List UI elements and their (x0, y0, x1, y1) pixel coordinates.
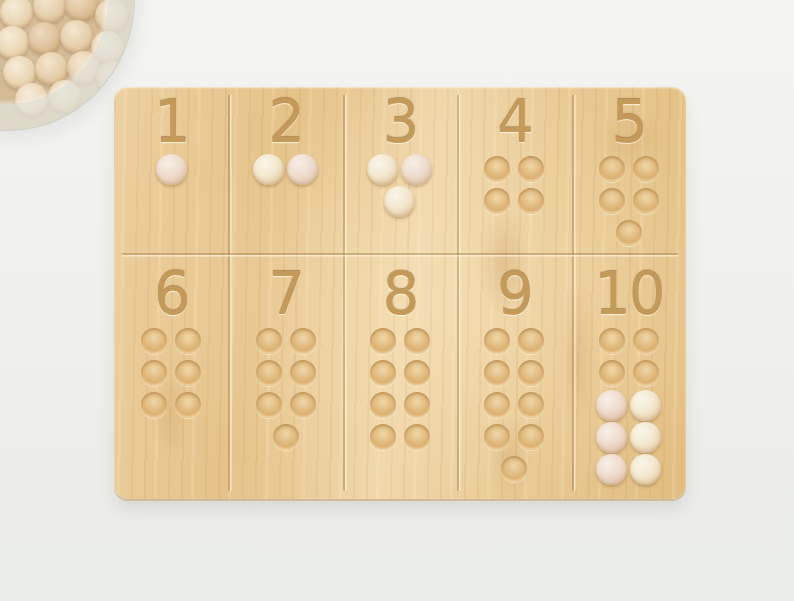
slot (252, 325, 286, 357)
number-label-7: 7 (268, 266, 303, 322)
slot-row (595, 453, 663, 485)
slot (286, 153, 320, 185)
slot (137, 357, 171, 389)
hole[interactable] (484, 188, 510, 214)
slot-row (366, 421, 434, 453)
slot (480, 421, 514, 453)
hole[interactable] (616, 220, 642, 246)
slot-row (366, 325, 434, 357)
number-label-1: 1 (154, 94, 189, 150)
hole[interactable] (518, 328, 544, 354)
divider-groove-vertical (457, 95, 459, 491)
slot (366, 421, 400, 453)
slot-row (480, 153, 548, 185)
hole[interactable] (518, 156, 544, 182)
slot (595, 453, 629, 485)
slot (171, 389, 205, 421)
hole[interactable] (599, 360, 625, 386)
slot (595, 389, 629, 421)
wooden-ball[interactable] (156, 154, 187, 185)
slot (629, 325, 663, 357)
number-label-6: 6 (154, 266, 189, 322)
slot (286, 389, 320, 421)
slot-grid-7 (252, 325, 320, 453)
hole[interactable] (175, 328, 201, 354)
slot-row (252, 153, 320, 185)
cell-grid: 12345678910 (114, 87, 686, 499)
slot-grid-2 (252, 153, 320, 185)
slot (366, 325, 400, 357)
hole[interactable] (370, 328, 396, 354)
slot (629, 453, 663, 485)
slot (480, 325, 514, 357)
divider-groove-vertical (572, 95, 574, 491)
slot (252, 153, 286, 185)
slot-grid-1 (154, 153, 188, 185)
number-label-5: 5 (611, 94, 646, 150)
hole[interactable] (633, 156, 659, 182)
wooden-ball[interactable] (367, 154, 398, 185)
number-label-8: 8 (383, 266, 418, 322)
number-label-2: 2 (268, 94, 303, 150)
hole[interactable] (484, 360, 510, 386)
slot (480, 185, 514, 217)
slot (629, 153, 663, 185)
hole[interactable] (370, 424, 396, 450)
slot (629, 389, 663, 421)
slot-row (269, 421, 303, 453)
slot-row (480, 185, 548, 217)
slot (514, 325, 548, 357)
slot-grid-6 (137, 325, 205, 421)
slot-row (595, 389, 663, 421)
scene: 12345678910 (0, 0, 794, 601)
hole[interactable] (518, 392, 544, 418)
hole[interactable] (599, 328, 625, 354)
slot (595, 421, 629, 453)
hole[interactable] (599, 188, 625, 214)
wooden-ball[interactable] (630, 454, 661, 485)
slot (400, 153, 434, 185)
slot-row (154, 153, 188, 185)
cell-3: 3 (343, 87, 457, 253)
slot (400, 389, 434, 421)
slot (612, 217, 646, 249)
slot (366, 153, 400, 185)
hole[interactable] (256, 360, 282, 386)
slot (514, 421, 548, 453)
hole[interactable] (273, 424, 299, 450)
cell-9: 9 (457, 253, 571, 499)
hole[interactable] (404, 424, 430, 450)
slot-grid-4 (480, 153, 548, 217)
slot (629, 421, 663, 453)
slot (400, 421, 434, 453)
wooden-ball[interactable] (630, 422, 661, 453)
slot (366, 389, 400, 421)
hole[interactable] (633, 328, 659, 354)
slot-row (366, 357, 434, 389)
slot-row (383, 185, 417, 217)
slot-grid-8 (366, 325, 434, 453)
divider-groove-horizontal (122, 253, 678, 255)
hole[interactable] (175, 392, 201, 418)
hole[interactable] (518, 424, 544, 450)
slot-row (252, 357, 320, 389)
slot-grid-10 (595, 325, 663, 485)
slot-row (612, 217, 646, 249)
number-label-3: 3 (383, 94, 418, 150)
number-label-10: 10 (594, 266, 664, 322)
cell-5: 5 (572, 87, 686, 253)
wooden-ball[interactable] (596, 390, 627, 421)
wooden-ball[interactable] (253, 154, 284, 185)
hole[interactable] (518, 360, 544, 386)
cell-4: 4 (457, 87, 571, 253)
hole[interactable] (404, 328, 430, 354)
slot (171, 325, 205, 357)
wooden-ball[interactable] (287, 154, 318, 185)
slot-row (595, 421, 663, 453)
slot-row (595, 357, 663, 389)
slot (137, 325, 171, 357)
slot (400, 357, 434, 389)
wooden-ball[interactable] (401, 154, 432, 185)
hole[interactable] (484, 424, 510, 450)
slot-row (137, 325, 205, 357)
slot-row (366, 153, 434, 185)
slot (286, 325, 320, 357)
cell-7: 7 (228, 253, 342, 499)
slot (595, 357, 629, 389)
wooden-ball[interactable] (630, 390, 661, 421)
slot (595, 185, 629, 217)
hole[interactable] (501, 456, 527, 482)
slot (383, 185, 417, 217)
slot (514, 153, 548, 185)
slot (480, 357, 514, 389)
slot (514, 357, 548, 389)
hole[interactable] (290, 360, 316, 386)
cell-10: 10 (572, 253, 686, 499)
slot-row (595, 325, 663, 357)
cell-8: 8 (343, 253, 457, 499)
counting-board: 12345678910 (114, 87, 686, 499)
slot (154, 153, 188, 185)
hole[interactable] (633, 188, 659, 214)
slot-row (366, 389, 434, 421)
hole[interactable] (141, 360, 167, 386)
number-label-4: 4 (497, 94, 532, 150)
hole[interactable] (290, 392, 316, 418)
slot-row (480, 357, 548, 389)
cell-2: 2 (228, 87, 342, 253)
hole[interactable] (370, 360, 396, 386)
slot (480, 389, 514, 421)
slot-grid-9 (480, 325, 548, 485)
slot-row (480, 325, 548, 357)
hole[interactable] (599, 156, 625, 182)
slot-row (252, 389, 320, 421)
slot (171, 357, 205, 389)
slot-row (497, 453, 531, 485)
slot (629, 357, 663, 389)
slot-grid-3 (366, 153, 434, 217)
slot (269, 421, 303, 453)
slot-row (137, 389, 205, 421)
slot-grid-5 (595, 153, 663, 249)
cell-6: 6 (114, 253, 228, 499)
slot (514, 389, 548, 421)
slot-row (252, 325, 320, 357)
divider-groove-vertical (343, 95, 345, 491)
slot (286, 357, 320, 389)
slot (366, 357, 400, 389)
slot (629, 185, 663, 217)
slot (595, 153, 629, 185)
hole[interactable] (290, 328, 316, 354)
hole[interactable] (404, 360, 430, 386)
slot (595, 325, 629, 357)
hole[interactable] (256, 392, 282, 418)
wooden-ball[interactable] (384, 186, 415, 217)
hole[interactable] (484, 328, 510, 354)
wooden-ball[interactable] (596, 422, 627, 453)
hole[interactable] (370, 392, 396, 418)
slot-row (480, 421, 548, 453)
slot-row (595, 153, 663, 185)
slot-row (137, 357, 205, 389)
hole[interactable] (633, 360, 659, 386)
hole[interactable] (141, 328, 167, 354)
slot (252, 389, 286, 421)
wooden-ball[interactable] (596, 454, 627, 485)
hole[interactable] (518, 188, 544, 214)
divider-groove-vertical (228, 95, 230, 491)
cell-1: 1 (114, 87, 228, 253)
hole[interactable] (175, 360, 201, 386)
slot-row (480, 389, 548, 421)
hole[interactable] (141, 392, 167, 418)
slot (497, 453, 531, 485)
slot (137, 389, 171, 421)
slot (514, 185, 548, 217)
slot (480, 153, 514, 185)
slot (252, 357, 286, 389)
slot-row (595, 185, 663, 217)
hole[interactable] (484, 156, 510, 182)
number-label-9: 9 (497, 266, 532, 322)
hole[interactable] (404, 392, 430, 418)
hole[interactable] (484, 392, 510, 418)
hole[interactable] (256, 328, 282, 354)
slot (400, 325, 434, 357)
